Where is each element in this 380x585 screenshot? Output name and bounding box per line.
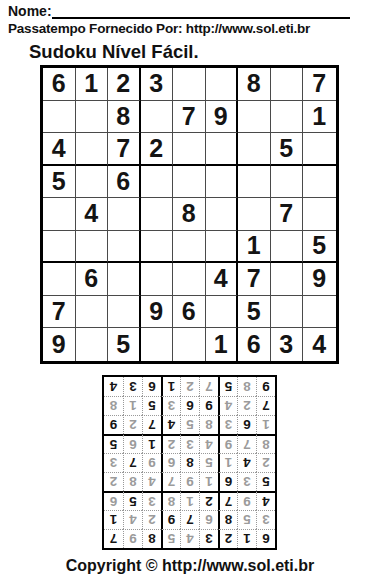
sudoku-cell-r8c4[interactable]: 9 [141, 296, 174, 329]
sudoku-cell-r6c8[interactable] [271, 231, 304, 264]
sudoku-cell-r7c3[interactable] [108, 263, 141, 296]
sudoku-cell-r2c1[interactable] [43, 101, 76, 134]
sudoku-cell-r9c5[interactable] [173, 328, 206, 361]
solution-cell-r9c1: 9 [256, 377, 275, 396]
solution-cell-r9c7: 6 [142, 377, 161, 396]
solution-cell-r6c1: 8 [256, 434, 275, 453]
solution-cell-r9c8: 3 [123, 377, 142, 396]
sudoku-cell-r3c2[interactable] [76, 133, 109, 166]
solution-cell-r2c7: 2 [142, 510, 161, 529]
solution-cell-r2c5: 7 [180, 510, 199, 529]
solution-cell-r4c3: 6 [218, 472, 237, 491]
solution-cell-r1c9: 7 [104, 529, 123, 548]
sudoku-cell-r1c8[interactable] [271, 68, 304, 101]
solution-cell-r5c6: 6 [161, 453, 180, 472]
sudoku-cell-r6c9[interactable]: 5 [303, 231, 336, 264]
sudoku-cell-r2c8[interactable] [271, 101, 304, 134]
solution-cell-r7c2: 6 [237, 415, 256, 434]
copyright-text: Copyright © http://www.sol.eti.br [0, 557, 380, 575]
page-title: Sudoku Nível Fácil. [29, 41, 199, 63]
solution-cell-r3c3: 7 [218, 491, 237, 510]
solution-cell-r1c2: 1 [237, 529, 256, 548]
solution-cell-r3c5: 1 [180, 491, 199, 510]
solution-cell-r6c4: 4 [199, 434, 218, 453]
sudoku-cell-r4c7[interactable] [238, 166, 271, 199]
sudoku-cell-r1c5[interactable] [173, 68, 206, 101]
solution-cell-r9c6: 1 [161, 377, 180, 396]
solution-cell-r8c5: 6 [180, 396, 199, 415]
solution-cell-r4c1: 5 [256, 472, 275, 491]
sudoku-cell-r9c4[interactable] [141, 328, 174, 361]
solution-cell-r4c8: 8 [123, 472, 142, 491]
sudoku-cell-r7c4[interactable] [141, 263, 174, 296]
sudoku-cell-r8c8[interactable] [271, 296, 304, 329]
sudoku-cell-r7c5[interactable] [173, 263, 206, 296]
solution-cell-r6c5: 3 [180, 434, 199, 453]
name-row: Nome: [8, 3, 350, 19]
sudoku-cell-r3c6[interactable] [206, 133, 239, 166]
solution-cell-r5c5: 8 [180, 453, 199, 472]
solution-cell-r4c7: 4 [142, 472, 161, 491]
solution-cell-r3c4: 2 [199, 491, 218, 510]
sudoku-cell-r8c5[interactable]: 6 [173, 296, 206, 329]
sudoku-cell-r7c7[interactable]: 7 [238, 263, 271, 296]
sudoku-cell-r3c7[interactable] [238, 133, 271, 166]
sudoku-cell-r9c6[interactable]: 1 [206, 328, 239, 361]
solution-cell-r5c9: 3 [104, 453, 123, 472]
sudoku-cell-r2c5[interactable]: 7 [173, 101, 206, 134]
solution-cell-r8c7: 5 [142, 396, 161, 415]
sudoku-cell-r4c8[interactable] [271, 166, 304, 199]
sudoku-cell-r5c8[interactable]: 7 [271, 198, 304, 231]
sudoku-cell-r4c4[interactable] [141, 166, 174, 199]
sudoku-cell-r1c4[interactable]: 3 [141, 68, 174, 101]
solution-cell-r1c3: 2 [218, 529, 237, 548]
sudoku-worksheet-page: Nome: Passatempo Fornecido Por: http://w… [0, 0, 380, 585]
solution-cell-r1c6: 5 [161, 529, 180, 548]
solution-cell-r5c3: 1 [218, 453, 237, 472]
sudoku-cell-r9c9[interactable]: 4 [303, 328, 336, 361]
sudoku-cell-r2c6[interactable]: 9 [206, 101, 239, 134]
sudoku-cell-r7c6[interactable]: 4 [206, 263, 239, 296]
sudoku-cell-r8c2[interactable] [76, 296, 109, 329]
solution-cell-r7c9: 9 [104, 415, 123, 434]
sudoku-cell-r4c5[interactable] [173, 166, 206, 199]
solution-cell-r8c1: 7 [256, 396, 275, 415]
solution-cell-r2c6: 9 [161, 510, 180, 529]
sudoku-cell-r2c2[interactable] [76, 101, 109, 134]
sudoku-cell-r3c5[interactable] [173, 133, 206, 166]
solution-cell-r2c3: 8 [218, 510, 237, 529]
name-underline [52, 3, 350, 19]
sudoku-cell-r4c3[interactable]: 6 [108, 166, 141, 199]
solution-cell-r9c3: 5 [218, 377, 237, 396]
solution-cell-r3c9: 6 [104, 491, 123, 510]
solution-cell-r2c1: 3 [256, 510, 275, 529]
sudoku-cell-r5c3[interactable] [108, 198, 141, 231]
solution-cell-r9c9: 4 [104, 377, 123, 396]
sudoku-cell-r6c1[interactable] [43, 231, 76, 264]
solution-cell-r7c6: 4 [161, 415, 180, 434]
name-label: Nome: [8, 3, 52, 19]
sudoku-cell-r8c1[interactable]: 7 [43, 296, 76, 329]
solution-cell-r8c6: 3 [161, 396, 180, 415]
sudoku-cell-r8c3[interactable] [108, 296, 141, 329]
sudoku-cell-r7c8[interactable] [271, 263, 304, 296]
sudoku-cell-r4c6[interactable] [206, 166, 239, 199]
sudoku-cell-r5c1[interactable] [43, 198, 76, 231]
sudoku-cell-r9c2[interactable] [76, 328, 109, 361]
solution-cell-r1c5: 4 [180, 529, 199, 548]
solution-cell-r4c5: 9 [180, 472, 199, 491]
solution-cell-r3c8: 5 [123, 491, 142, 510]
solution-cell-r6c9: 5 [104, 434, 123, 453]
sudoku-cell-r3c9[interactable] [303, 133, 336, 166]
solution-cell-r2c2: 5 [237, 510, 256, 529]
sudoku-cell-r9c1[interactable]: 9 [43, 328, 76, 361]
sudoku-cell-r7c2[interactable]: 6 [76, 263, 109, 296]
sudoku-cell-r2c3[interactable]: 8 [108, 101, 141, 134]
sudoku-cell-r2c9[interactable]: 1 [303, 101, 336, 134]
sudoku-cell-r1c1[interactable]: 6 [43, 68, 76, 101]
sudoku-cell-r6c4[interactable] [141, 231, 174, 264]
solution-cell-r2c4: 6 [199, 510, 218, 529]
solution-cell-r8c4: 9 [199, 396, 218, 415]
sudoku-cell-r3c3[interactable]: 7 [108, 133, 141, 166]
sudoku-cell-r8c6[interactable] [206, 296, 239, 329]
solution-cell-r2c9: 1 [104, 510, 123, 529]
sudoku-cell-r2c7[interactable] [238, 101, 271, 134]
sudoku-cell-r6c3[interactable] [108, 231, 141, 264]
solution-cell-r3c1: 4 [256, 491, 275, 510]
sudoku-cell-r1c2[interactable]: 1 [76, 68, 109, 101]
solution-cell-r1c1: 6 [256, 529, 275, 548]
sudoku-cell-r4c1[interactable]: 5 [43, 166, 76, 199]
sudoku-cell-r9c3[interactable]: 5 [108, 328, 141, 361]
solution-cell-r9c2: 8 [237, 377, 256, 396]
sudoku-cell-r8c7[interactable]: 5 [238, 296, 271, 329]
sudoku-cell-r5c9[interactable] [303, 198, 336, 231]
solution-cell-r7c5: 5 [180, 415, 199, 434]
solution-cell-r6c3: 9 [218, 434, 237, 453]
sudoku-cell-r6c2[interactable] [76, 231, 109, 264]
provided-by-text: Passatempo Fornecido Por: http://www.sol… [8, 21, 310, 36]
solution-cell-r4c6: 7 [161, 472, 180, 491]
solution-cell-r3c2: 9 [237, 491, 256, 510]
solution-cell-r1c7: 8 [142, 529, 161, 548]
sudoku-cell-r6c6[interactable] [206, 231, 239, 264]
sudoku-cell-r3c1[interactable]: 4 [43, 133, 76, 166]
solution-cell-r5c7: 9 [142, 453, 161, 472]
sudoku-cell-r1c3[interactable]: 2 [108, 68, 141, 101]
solution-cell-r4c2: 3 [237, 472, 256, 491]
sudoku-cell-r1c6[interactable] [206, 68, 239, 101]
solution-cell-r8c8: 1 [123, 396, 142, 415]
solution-cell-r6c7: 1 [142, 434, 161, 453]
sudoku-cell-r6c5[interactable] [173, 231, 206, 264]
solution-cell-r9c4: 7 [199, 377, 218, 396]
solution-cell-r8c3: 4 [218, 396, 237, 415]
solution-cell-r7c1: 1 [256, 415, 275, 434]
sudoku-cell-r6c7[interactable]: 1 [238, 231, 271, 264]
solution-cell-r5c8: 7 [123, 453, 142, 472]
solution-cell-r5c1: 2 [256, 453, 275, 472]
solution-cell-r6c6: 2 [161, 434, 180, 453]
solution-cell-r8c2: 2 [237, 396, 256, 415]
sudoku-cell-r8c9[interactable] [303, 296, 336, 329]
solution-cell-r1c8: 9 [123, 529, 142, 548]
sudoku-cell-r3c8[interactable]: 5 [271, 133, 304, 166]
solution-cell-r7c8: 2 [123, 415, 142, 434]
sudoku-cell-r7c9[interactable]: 9 [303, 263, 336, 296]
solution-cell-r4c4: 1 [199, 472, 218, 491]
solution-cell-r3c7: 3 [142, 491, 161, 510]
solution-cell-r9c5: 2 [180, 377, 199, 396]
solution-cell-r3c6: 8 [161, 491, 180, 510]
sudoku-cell-r2c4[interactable] [141, 101, 174, 134]
sudoku-cell-r3c4[interactable]: 2 [141, 133, 174, 166]
solution-cell-r1c4: 3 [199, 529, 218, 548]
solution-cell-r8c9: 8 [104, 396, 123, 415]
sudoku-cell-r4c9[interactable] [303, 166, 336, 199]
solution-grid-upside-down: 6123458973586792414972183565361974822415… [102, 375, 277, 550]
sudoku-cell-r1c7[interactable]: 8 [238, 68, 271, 101]
solution-cell-r7c3: 3 [218, 415, 237, 434]
sudoku-cell-r5c7[interactable] [238, 198, 271, 231]
solution-cell-r6c2: 7 [237, 434, 256, 453]
solution-cell-r5c4: 5 [199, 453, 218, 472]
sudoku-cell-r5c4[interactable] [141, 198, 174, 231]
solution-cell-r5c2: 4 [237, 453, 256, 472]
sudoku-cell-r9c7[interactable]: 6 [238, 328, 271, 361]
solution-cell-r7c4: 8 [199, 415, 218, 434]
sudoku-cell-r1c9[interactable]: 7 [303, 68, 336, 101]
solution-cell-r6c8: 6 [123, 434, 142, 453]
sudoku-cell-r9c8[interactable]: 3 [271, 328, 304, 361]
sudoku-cell-r4c2[interactable] [76, 166, 109, 199]
solution-cell-r2c8: 4 [123, 510, 142, 529]
solution-cell-r7c7: 7 [142, 415, 161, 434]
sudoku-cell-r5c5[interactable]: 8 [173, 198, 206, 231]
sudoku-cell-r5c2[interactable]: 4 [76, 198, 109, 231]
sudoku-cell-r5c6[interactable] [206, 198, 239, 231]
sudoku-cell-r7c1[interactable] [43, 263, 76, 296]
sudoku-grid: 61238787914725564871564797965951634 [40, 65, 339, 364]
solution-cell-r4c9: 2 [104, 472, 123, 491]
